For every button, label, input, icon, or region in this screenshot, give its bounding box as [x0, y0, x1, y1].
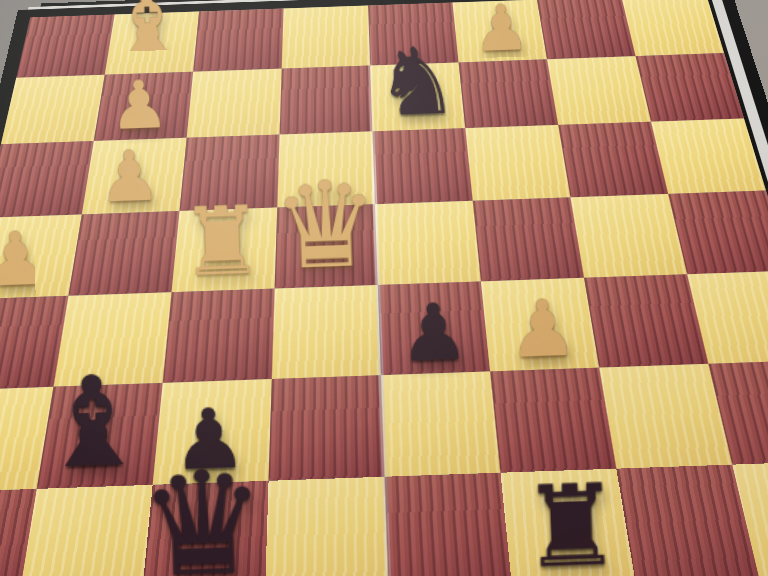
square-a8[interactable] [16, 14, 114, 77]
square-f5[interactable] [473, 197, 584, 281]
square-e4[interactable]: ♟ [378, 281, 490, 375]
square-c2[interactable]: ♛ [141, 481, 268, 576]
square-d5[interactable]: ♛ [275, 204, 378, 288]
white-queen[interactable]: ♛ [271, 164, 378, 287]
square-h8[interactable] [621, 0, 724, 56]
white-pawn[interactable]: ♟ [487, 288, 599, 370]
chess-board: ♝♟♟♞♟♟♜♛♟♟♝♟♛♜ [0, 0, 768, 576]
square-f4[interactable]: ♟ [481, 278, 599, 372]
square-d2[interactable] [265, 477, 389, 576]
black-rook[interactable]: ♜ [508, 469, 635, 576]
square-d7[interactable] [280, 65, 373, 134]
square-e3[interactable] [381, 371, 500, 476]
square-h6[interactable] [651, 118, 766, 194]
square-h7[interactable] [636, 53, 744, 122]
square-g8[interactable] [537, 0, 636, 59]
square-e5[interactable] [375, 201, 481, 285]
white-bishop[interactable]: ♝ [102, 0, 194, 73]
square-e2[interactable] [385, 473, 513, 576]
square-b2[interactable] [18, 485, 153, 576]
white-rook[interactable]: ♜ [169, 193, 275, 290]
square-g3[interactable] [599, 364, 732, 469]
white-pawn[interactable]: ♟ [0, 220, 69, 297]
chessboard-photo-scene: ♝♟♟♞♟♟♜♛♟♟♝♟♛♜ [0, 0, 768, 576]
white-pawn[interactable]: ♟ [456, 0, 547, 61]
black-queen[interactable]: ♛ [137, 451, 265, 576]
black-pawn[interactable]: ♟ [378, 291, 490, 373]
square-b5[interactable] [68, 211, 179, 296]
white-pawn[interactable]: ♟ [80, 140, 180, 213]
white-pawn[interactable]: ♟ [92, 70, 187, 139]
square-g5[interactable] [570, 194, 687, 278]
square-f8[interactable]: ♟ [453, 0, 548, 62]
square-f2[interactable]: ♜ [500, 469, 635, 576]
square-c8[interactable] [193, 8, 283, 71]
square-d8[interactable] [282, 6, 370, 69]
square-c5[interactable]: ♜ [172, 208, 278, 293]
square-f7[interactable] [459, 59, 559, 128]
square-g6[interactable] [558, 122, 668, 198]
square-e6[interactable] [372, 128, 472, 204]
square-a7[interactable] [1, 75, 105, 145]
square-g7[interactable] [547, 56, 651, 125]
square-d4[interactable] [272, 285, 381, 379]
square-d3[interactable] [269, 375, 385, 481]
square-c4[interactable] [163, 289, 275, 383]
board-perspective-wrapper: ♝♟♟♞♟♟♜♛♟♟♝♟♛♜ [18, 0, 733, 576]
square-e7[interactable]: ♞ [370, 62, 465, 131]
square-c7[interactable] [187, 69, 282, 138]
black-knight[interactable]: ♞ [369, 34, 465, 130]
square-f6[interactable] [465, 125, 570, 201]
square-b7[interactable]: ♟ [94, 72, 193, 141]
square-f3[interactable] [490, 368, 616, 473]
black-bishop[interactable]: ♝ [33, 358, 153, 486]
